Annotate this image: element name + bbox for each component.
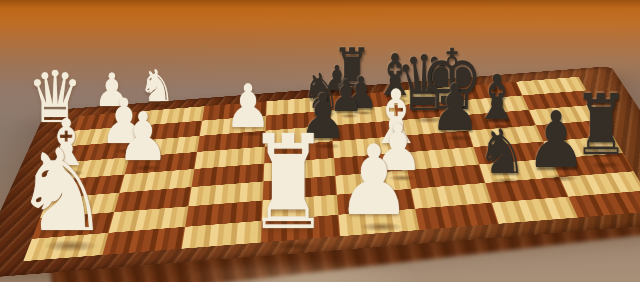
pieces-layer: ♛♝♞♞♟♟♟♟♜♟♝♟♜♟♞♟♟♟♝♛♚♟♝♞♟♜ xyxy=(0,0,640,282)
black-pawn-g7[interactable]: ♟ xyxy=(526,102,587,180)
white-rook-e3[interactable]: ♜ xyxy=(248,118,329,249)
black-pawn-e7[interactable]: ♟ xyxy=(430,76,480,140)
black-knight-f6[interactable]: ♞ xyxy=(477,121,527,183)
chess-scene: ♛♝♞♞♟♟♟♟♜♟♝♟♜♟♞♟♟♟♝♛♚♟♝♞♟♜ xyxy=(0,0,640,282)
white-pawn-f4[interactable]: ♟ xyxy=(336,132,411,229)
white-knight-d1[interactable]: ♞ xyxy=(14,135,111,248)
white-pawn-d2[interactable]: ♟ xyxy=(117,103,169,170)
